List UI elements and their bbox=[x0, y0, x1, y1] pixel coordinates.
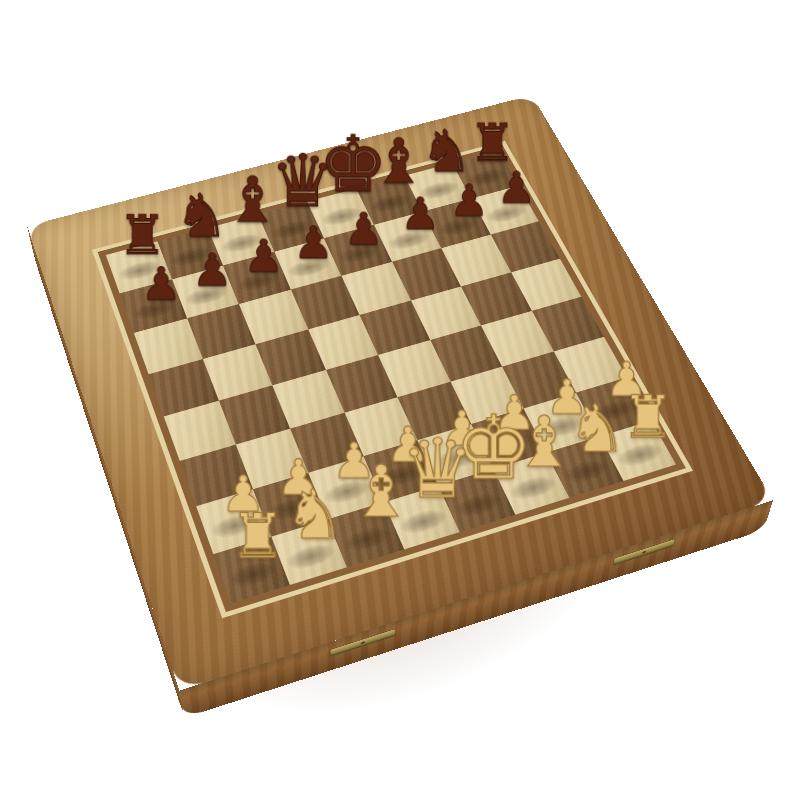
black-knight-b8[interactable]: ♞ bbox=[175, 187, 229, 247]
white-knight-b1[interactable]: ♞ bbox=[285, 481, 346, 549]
playing-area: ♜♞♝♛♚♝♞♜♟♟♟♟♟♟♟♟♟♟♟♟♟♟♟♟♜♞♝♛♚♝♞♜ bbox=[92, 141, 693, 619]
black-pawn-a7[interactable]: ♟ bbox=[141, 261, 182, 306]
white-rook-h1[interactable]: ♜ bbox=[622, 388, 675, 447]
black-pawn-b7[interactable]: ♟ bbox=[192, 247, 232, 292]
black-pawn-c7[interactable]: ♟ bbox=[243, 234, 283, 279]
black-pawn-f7[interactable]: ♟ bbox=[401, 192, 440, 236]
product-photo: ♜♞♝♛♚♝♞♜♟♟♟♟♟♟♟♟♟♟♟♟♟♟♟♟♜♞♝♛♚♝♞♜ bbox=[0, 0, 800, 800]
black-pawn-d7[interactable]: ♟ bbox=[294, 220, 334, 265]
board-grid: ♜♞♝♛♚♝♞♜♟♟♟♟♟♟♟♟♟♟♟♟♟♟♟♟♜♞♝♛♚♝♞♜ bbox=[106, 151, 676, 604]
white-knight-g1[interactable]: ♞ bbox=[567, 396, 626, 462]
white-rook-a1[interactable]: ♜ bbox=[230, 505, 285, 567]
black-pawn-e7[interactable]: ♟ bbox=[344, 207, 384, 251]
black-pawn-g7[interactable]: ♟ bbox=[449, 179, 488, 223]
black-bishop-c8[interactable]: ♝ bbox=[224, 169, 281, 232]
black-pawn-h7[interactable]: ♟ bbox=[497, 166, 536, 209]
white-bishop-c1[interactable]: ♝ bbox=[349, 456, 413, 528]
black-rook-a8[interactable]: ♜ bbox=[118, 209, 167, 263]
black-knight-g8[interactable]: ♞ bbox=[420, 123, 472, 181]
